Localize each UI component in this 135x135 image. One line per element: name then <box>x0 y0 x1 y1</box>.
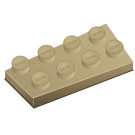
stud-front-2: LEGO <box>56 61 74 80</box>
stud-front-1: LEGO <box>31 71 49 90</box>
lego-plate-2x4: LEGO 2 x 4 plate in dark tan, 3D render … <box>0 0 135 135</box>
lego-part-image: LEGO 2 x 4 plate in dark tan, 3D render … <box>0 0 135 135</box>
stud-front-4: LEGO <box>106 40 124 59</box>
stud-back-2: LEGO <box>38 45 55 64</box>
stud-back-1: LEGO <box>12 56 30 75</box>
stud-back-4: LEGO <box>89 27 106 45</box>
stud-back-3: LEGO <box>64 36 81 54</box>
stud-front-3: LEGO <box>82 50 100 69</box>
